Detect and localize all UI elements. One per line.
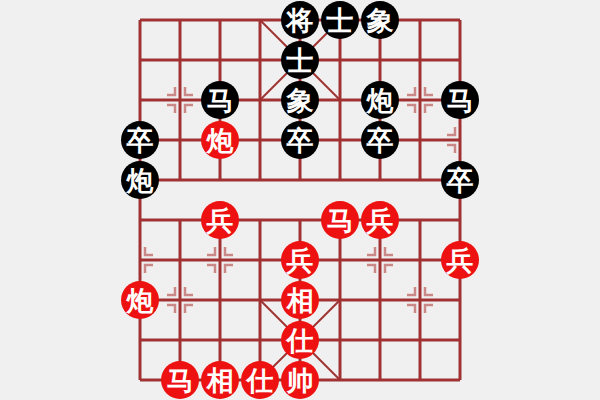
piece-black-soldier[interactable]: 卒 [121,121,159,159]
piece-black-horse[interactable]: 马 [441,81,479,119]
piece-red-advisor[interactable]: 仕 [241,361,279,399]
piece-red-advisor[interactable]: 仕 [281,321,319,359]
piece-red-horse[interactable]: 马 [321,201,359,239]
piece-black-cannon[interactable]: 炮 [361,81,399,119]
piece-red-elephant[interactable]: 相 [201,361,239,399]
piece-black-horse[interactable]: 马 [201,81,239,119]
piece-red-soldier[interactable]: 兵 [361,201,399,239]
piece-black-advisor[interactable]: 士 [281,41,319,79]
piece-red-cannon[interactable]: 炮 [201,121,239,159]
piece-black-soldier[interactable]: 卒 [281,121,319,159]
xiangqi-board: 将士象士马象炮马卒炮卒卒炮卒兵马兵兵兵炮相仕马相仕帅 [0,0,600,400]
piece-red-cannon[interactable]: 炮 [121,281,159,319]
piece-black-soldier[interactable]: 卒 [441,161,479,199]
piece-red-soldier[interactable]: 兵 [201,201,239,239]
piece-black-elephant[interactable]: 象 [281,81,319,119]
piece-red-soldier[interactable]: 兵 [281,241,319,279]
piece-grid: 将士象士马象炮马卒炮卒卒炮卒兵马兵兵兵炮相仕马相仕帅 [120,0,480,400]
piece-black-general[interactable]: 将 [281,1,319,39]
piece-red-soldier[interactable]: 兵 [441,241,479,279]
piece-black-soldier[interactable]: 卒 [361,121,399,159]
piece-black-cannon[interactable]: 炮 [121,161,159,199]
piece-black-elephant[interactable]: 象 [361,1,399,39]
piece-black-advisor[interactable]: 士 [321,1,359,39]
piece-red-general[interactable]: 帅 [281,361,319,399]
piece-red-elephant[interactable]: 相 [281,281,319,319]
piece-red-horse[interactable]: 马 [161,361,199,399]
